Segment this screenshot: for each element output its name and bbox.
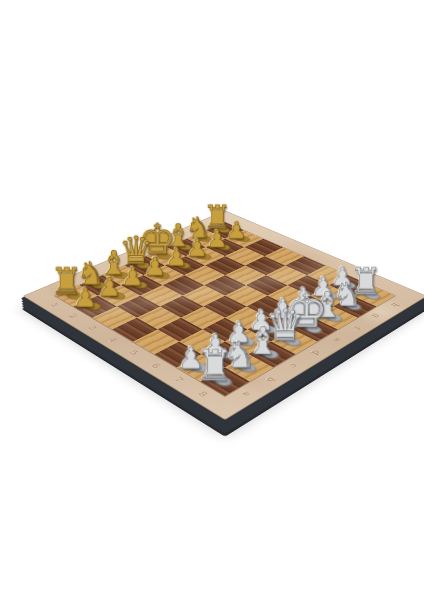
playing-field: ♜♟♟♜♞♟♟♞♝♟♟♝♚♟♟♚♛♟♟♛♝♟♟♝♞♟♟♞♜♟♟♜: [55, 222, 394, 396]
chess-board: ♜♟♟♜♞♟♟♞♝♟♟♝♚♟♟♚♛♟♟♛♝♟♟♝♞♟♟♞♜♟♟♜ 1234567…: [23, 211, 424, 420]
product-photo: ♜♟♟♜♞♟♟♞♝♟♟♝♚♟♟♚♛♟♟♛♝♟♟♝♞♟♟♞♜♟♟♜ 1234567…: [0, 0, 424, 600]
board-border: ♜♟♟♜♞♟♟♞♝♟♟♝♚♟♟♚♛♟♟♛♝♟♟♝♞♟♟♞♜♟♟♜ 1234567…: [23, 211, 424, 420]
piece-white-pawn: ♟: [53, 284, 119, 311]
piece-black-rook: ♜: [178, 345, 253, 387]
